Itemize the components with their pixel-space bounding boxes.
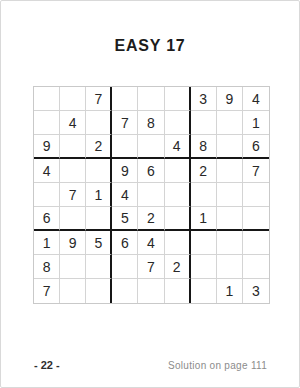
cell-r1c8[interactable]: 9 [217,87,243,111]
cell-r8c4[interactable] [112,255,138,279]
cell-r9c7[interactable] [191,279,217,303]
page-number: - 22 - [34,359,60,371]
cell-r9c9[interactable]: 3 [243,279,269,303]
cell-r9c8[interactable]: 1 [217,279,243,303]
cell-r1c9[interactable]: 4 [243,87,269,111]
cell-r7c6[interactable] [165,231,191,255]
cell-r6c2[interactable] [60,207,86,231]
cell-r2c9[interactable]: 1 [243,111,269,135]
cell-r7c1[interactable]: 1 [34,231,60,255]
cell-r8c2[interactable] [60,255,86,279]
cell-r5c9[interactable] [243,183,269,207]
cell-r4c3[interactable] [86,159,112,183]
cell-r8c5[interactable]: 7 [138,255,164,279]
cell-r6c6[interactable] [165,207,191,231]
cell-r5c4[interactable]: 4 [112,183,138,207]
cell-r8c9[interactable] [243,255,269,279]
cell-r3c7[interactable]: 8 [191,135,217,159]
cell-r4c8[interactable] [217,159,243,183]
cell-r4c2[interactable] [60,159,86,183]
cell-r8c8[interactable] [217,255,243,279]
cell-r7c4[interactable]: 6 [112,231,138,255]
cell-r4c7[interactable]: 2 [191,159,217,183]
cell-r3c1[interactable]: 9 [34,135,60,159]
cell-r7c5[interactable]: 4 [138,231,164,255]
cell-r3c9[interactable]: 6 [243,135,269,159]
cell-r2c3[interactable] [86,111,112,135]
cell-r2c2[interactable]: 4 [60,111,86,135]
cell-r7c3[interactable]: 5 [86,231,112,255]
cell-r3c8[interactable] [217,135,243,159]
cell-r4c1[interactable]: 4 [34,159,60,183]
cell-r4c4[interactable]: 9 [112,159,138,183]
cell-r8c3[interactable] [86,255,112,279]
cell-r3c4[interactable] [112,135,138,159]
cell-r7c8[interactable] [217,231,243,255]
cell-r9c5[interactable] [138,279,164,303]
cell-r1c4[interactable] [112,87,138,111]
cell-r7c9[interactable] [243,231,269,255]
cell-r8c7[interactable] [191,255,217,279]
puzzle-title: EASY 17 [1,37,299,55]
cell-r9c2[interactable] [60,279,86,303]
cell-r5c8[interactable] [217,183,243,207]
cell-r9c4[interactable] [112,279,138,303]
cell-r2c7[interactable] [191,111,217,135]
cell-r5c1[interactable] [34,183,60,207]
cell-r5c3[interactable]: 1 [86,183,112,207]
cell-r2c4[interactable]: 7 [112,111,138,135]
cell-r6c7[interactable]: 1 [191,207,217,231]
cell-r1c7[interactable]: 3 [191,87,217,111]
cell-r3c2[interactable] [60,135,86,159]
cell-r1c5[interactable] [138,87,164,111]
cell-r7c2[interactable]: 9 [60,231,86,255]
cell-r3c6[interactable]: 4 [165,135,191,159]
cell-r5c2[interactable]: 7 [60,183,86,207]
cell-r2c1[interactable] [34,111,60,135]
solution-reference: Solution on page 111 [168,360,267,371]
cell-r6c4[interactable]: 5 [112,207,138,231]
cell-r5c5[interactable] [138,183,164,207]
cell-r2c6[interactable] [165,111,191,135]
cell-r2c5[interactable]: 8 [138,111,164,135]
cell-r4c6[interactable] [165,159,191,183]
cell-r8c6[interactable]: 2 [165,255,191,279]
cell-r6c3[interactable] [86,207,112,231]
cell-r1c2[interactable] [60,87,86,111]
cell-r5c7[interactable] [191,183,217,207]
cell-r8c1[interactable]: 8 [34,255,60,279]
cell-r1c1[interactable] [34,87,60,111]
puzzle-page: EASY 17 73944781924864962771465211956487… [0,0,300,388]
cell-r3c3[interactable]: 2 [86,135,112,159]
cell-r3c5[interactable] [138,135,164,159]
cell-r6c5[interactable]: 2 [138,207,164,231]
cell-r6c9[interactable] [243,207,269,231]
cell-r4c5[interactable]: 6 [138,159,164,183]
cell-r5c6[interactable] [165,183,191,207]
cell-r9c3[interactable] [86,279,112,303]
cell-r2c8[interactable] [217,111,243,135]
cell-r6c8[interactable] [217,207,243,231]
cell-r7c7[interactable] [191,231,217,255]
cell-r1c6[interactable] [165,87,191,111]
cell-r4c9[interactable]: 7 [243,159,269,183]
cell-r6c1[interactable]: 6 [34,207,60,231]
sudoku-board: 739447819248649627714652119564872713 [33,86,270,304]
cell-r1c3[interactable]: 7 [86,87,112,111]
cell-r9c6[interactable] [165,279,191,303]
cell-r9c1[interactable]: 7 [34,279,60,303]
